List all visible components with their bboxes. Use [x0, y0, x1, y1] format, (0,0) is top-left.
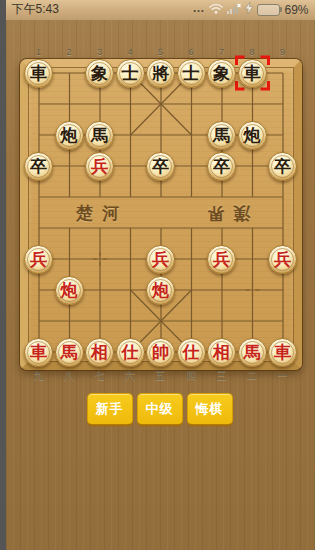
file-label-bottom: 九 — [34, 369, 44, 383]
file-label-top: 6 — [188, 47, 193, 57]
file-label-top: 7 — [219, 47, 224, 57]
wifi-icon — [209, 3, 223, 17]
difficulty-controls: 新手中级悔棋 — [87, 393, 233, 425]
piece-red-cannon[interactable]: 炮 — [146, 276, 175, 305]
app-screen: 下午5:43 … — [6, 0, 315, 550]
file-label-top: 9 — [280, 47, 285, 57]
file-label-top: 3 — [97, 47, 102, 57]
piece-black-advisor[interactable]: 士 — [116, 59, 145, 88]
river-label-right: 漢界 — [198, 202, 259, 225]
notification-dots-icon: … — [192, 2, 205, 18]
piece-red-elephant[interactable]: 相 — [207, 338, 236, 367]
piece-black-general[interactable]: 將 — [146, 59, 175, 88]
intermediate-button[interactable]: 中级 — [137, 393, 183, 425]
piece-red-advisor[interactable]: 仕 — [177, 338, 206, 367]
status-bar: 下午5:43 … — [6, 0, 315, 20]
file-label-bottom: 一 — [278, 369, 288, 383]
file-label-top: 8 — [249, 47, 254, 57]
novice-button[interactable]: 新手 — [87, 393, 133, 425]
river-label-left: 楚河 — [67, 202, 128, 225]
file-label-bottom: 四 — [186, 369, 196, 383]
file-label-top: 4 — [127, 47, 132, 57]
file-label-bottom: 三 — [217, 369, 227, 383]
piece-black-soldier[interactable]: 卒 — [146, 152, 175, 181]
undo-button[interactable]: 悔棋 — [187, 393, 233, 425]
file-numbers-top: 123456789 — [6, 47, 315, 59]
file-label-bottom: 五 — [156, 369, 166, 383]
file-label-top: 1 — [36, 47, 41, 57]
piece-black-advisor[interactable]: 士 — [177, 59, 206, 88]
piece-red-chariot[interactable]: 車 — [268, 338, 297, 367]
battery-percent-text: 69% — [284, 3, 308, 17]
piece-red-soldier[interactable]: 兵 — [24, 245, 53, 274]
piece-red-soldier[interactable]: 兵 — [85, 152, 114, 181]
piece-red-advisor[interactable]: 仕 — [116, 338, 145, 367]
signal-strength-icon — [227, 3, 241, 17]
piece-black-cannon[interactable]: 炮 — [55, 121, 84, 150]
piece-red-horse[interactable]: 馬 — [55, 338, 84, 367]
piece-black-elephant[interactable]: 象 — [207, 59, 236, 88]
piece-red-chariot[interactable]: 車 — [24, 338, 53, 367]
piece-red-soldier[interactable]: 兵 — [207, 245, 236, 274]
piece-black-soldier[interactable]: 卒 — [24, 152, 53, 181]
file-label-bottom: 二 — [247, 369, 257, 383]
piece-black-horse[interactable]: 馬 — [207, 121, 236, 150]
piece-red-general[interactable]: 帥 — [146, 338, 175, 367]
piece-black-chariot[interactable]: 車 — [238, 59, 267, 88]
piece-red-cannon[interactable]: 炮 — [55, 276, 84, 305]
charging-bolt-icon — [245, 2, 253, 17]
file-label-bottom: 八 — [64, 369, 74, 383]
piece-black-chariot[interactable]: 車 — [24, 59, 53, 88]
file-label-top: 2 — [66, 47, 71, 57]
piece-black-soldier[interactable]: 卒 — [207, 152, 236, 181]
piece-black-elephant[interactable]: 象 — [85, 59, 114, 88]
piece-red-soldier[interactable]: 兵 — [146, 245, 175, 274]
clock-text: 下午5:43 — [12, 1, 59, 18]
piece-red-elephant[interactable]: 相 — [85, 338, 114, 367]
piece-red-horse[interactable]: 馬 — [238, 338, 267, 367]
battery-fill — [259, 6, 272, 14]
piece-black-soldier[interactable]: 卒 — [268, 152, 297, 181]
file-label-bottom: 六 — [125, 369, 135, 383]
piece-black-cannon[interactable]: 炮 — [238, 121, 267, 150]
file-label-bottom: 七 — [95, 369, 105, 383]
file-label-top: 5 — [158, 47, 163, 57]
file-numbers-bottom: 九八七六五四三二一 — [6, 369, 315, 381]
piece-red-soldier[interactable]: 兵 — [268, 245, 297, 274]
battery-icon — [257, 4, 280, 16]
piece-black-horse[interactable]: 馬 — [85, 121, 114, 150]
